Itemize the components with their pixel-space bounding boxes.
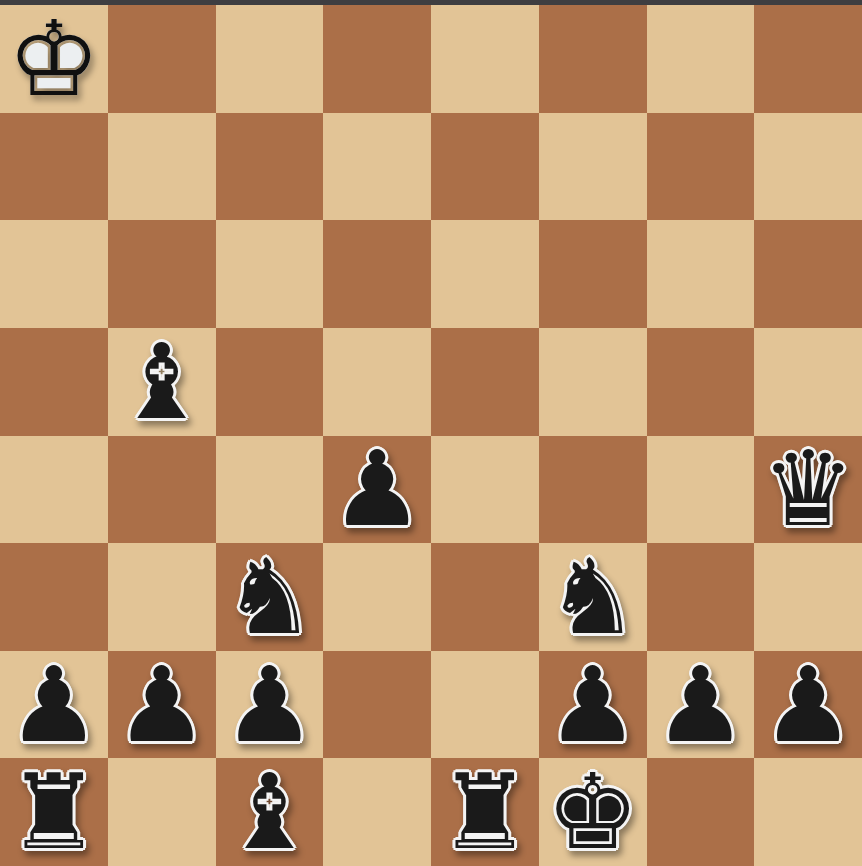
square-f5[interactable] [539,328,647,436]
black-pawn[interactable]: ♟ [546,653,639,757]
black-knight[interactable]: ♞ [223,545,316,649]
black-queen[interactable]: ♛ [762,437,855,541]
square-a2[interactable]: ♟ [0,651,108,759]
black-pawn[interactable]: ♟ [331,437,424,541]
square-h6[interactable] [754,220,862,328]
square-g8[interactable] [647,5,755,113]
black-pawn[interactable]: ♟ [223,653,316,757]
square-f7[interactable] [539,113,647,221]
square-g3[interactable] [647,543,755,651]
square-c7[interactable] [216,113,324,221]
black-rook[interactable]: ♜ [438,760,531,864]
square-a6[interactable] [0,220,108,328]
black-king[interactable]: ♚ [546,760,639,864]
square-d1[interactable] [323,758,431,866]
square-d2[interactable] [323,651,431,759]
square-b4[interactable] [108,436,216,544]
square-b3[interactable] [108,543,216,651]
square-f8[interactable] [539,5,647,113]
square-g2[interactable]: ♟ [647,651,755,759]
square-e1[interactable]: ♜ [431,758,539,866]
square-b8[interactable] [108,5,216,113]
square-c3[interactable]: ♞ [216,543,324,651]
square-f3[interactable]: ♞ [539,543,647,651]
square-h8[interactable] [754,5,862,113]
square-d7[interactable] [323,113,431,221]
black-bishop[interactable]: ♝ [115,330,208,434]
square-d3[interactable] [323,543,431,651]
square-h4[interactable]: ♛ [754,436,862,544]
king-outline-glyph: ♔ [7,7,100,111]
black-rook[interactable]: ♜ [7,760,100,864]
black-knight[interactable]: ♞ [546,545,639,649]
square-f1[interactable]: ♚ [539,758,647,866]
chess-board: ♚♔♝♟♛♞♞♟♟♟♟♟♟♜♝♜♚ [0,5,862,866]
square-d8[interactable] [323,5,431,113]
black-bishop[interactable]: ♝ [223,760,316,864]
square-a5[interactable] [0,328,108,436]
black-pawn[interactable]: ♟ [115,653,208,757]
square-b6[interactable] [108,220,216,328]
square-c8[interactable] [216,5,324,113]
square-e2[interactable] [431,651,539,759]
black-pawn[interactable]: ♟ [654,653,747,757]
black-pawn[interactable]: ♟ [7,653,100,757]
square-g7[interactable] [647,113,755,221]
square-h1[interactable] [754,758,862,866]
square-f6[interactable] [539,220,647,328]
white-king[interactable]: ♚♔ [7,7,100,111]
square-d6[interactable] [323,220,431,328]
square-a4[interactable] [0,436,108,544]
square-h7[interactable] [754,113,862,221]
square-e6[interactable] [431,220,539,328]
square-b1[interactable] [108,758,216,866]
square-e7[interactable] [431,113,539,221]
square-d4[interactable]: ♟ [323,436,431,544]
square-b7[interactable] [108,113,216,221]
square-g1[interactable] [647,758,755,866]
square-g5[interactable] [647,328,755,436]
square-e8[interactable] [431,5,539,113]
square-f4[interactable] [539,436,647,544]
square-c6[interactable] [216,220,324,328]
square-a8[interactable]: ♚♔ [0,5,108,113]
square-h3[interactable] [754,543,862,651]
square-a7[interactable] [0,113,108,221]
square-c4[interactable] [216,436,324,544]
square-f2[interactable]: ♟ [539,651,647,759]
square-c5[interactable] [216,328,324,436]
square-h2[interactable]: ♟ [754,651,862,759]
square-d5[interactable] [323,328,431,436]
square-b2[interactable]: ♟ [108,651,216,759]
square-g4[interactable] [647,436,755,544]
square-b5[interactable]: ♝ [108,328,216,436]
square-a3[interactable] [0,543,108,651]
square-c2[interactable]: ♟ [216,651,324,759]
square-e3[interactable] [431,543,539,651]
square-e5[interactable] [431,328,539,436]
square-g6[interactable] [647,220,755,328]
square-h5[interactable] [754,328,862,436]
black-pawn[interactable]: ♟ [762,653,855,757]
square-c1[interactable]: ♝ [216,758,324,866]
square-a1[interactable]: ♜ [0,758,108,866]
square-e4[interactable] [431,436,539,544]
